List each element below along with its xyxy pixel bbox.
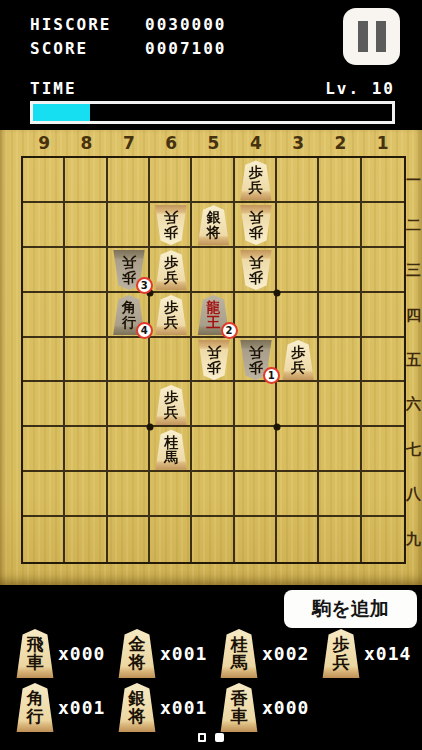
score-row: SCORE 0007100	[30, 36, 290, 60]
pause-icon	[358, 21, 368, 52]
piece-count: x001	[160, 643, 207, 664]
koma-face: 歩兵	[239, 205, 273, 245]
file-label: 6	[150, 133, 192, 154]
page-dot[interactable]	[198, 733, 206, 742]
page-indicator	[0, 733, 422, 742]
koma-face: 歩兵	[154, 385, 188, 425]
tray-piece[interactable]: 角行x001	[15, 683, 117, 732]
file-label: 4	[235, 133, 277, 154]
rank-label: 五	[405, 338, 422, 383]
order-badge: 4	[136, 322, 153, 339]
piece-count: x000	[58, 643, 105, 664]
board-piece[interactable]: 歩兵	[239, 205, 273, 245]
koma-face: 銀将	[117, 683, 157, 732]
rank-label: 八	[405, 472, 422, 517]
board-piece[interactable]: 歩兵	[197, 340, 231, 380]
koma-face: 飛車	[15, 629, 55, 678]
piece-count: x002	[262, 643, 309, 664]
rank-label: 九	[405, 517, 422, 562]
file-label: 5	[192, 133, 234, 154]
score-value: 0007100	[145, 39, 226, 58]
hiscore-label: HISCORE	[30, 15, 145, 34]
koma-face: 桂馬	[154, 430, 188, 470]
time-label: TIME	[30, 79, 77, 98]
board-piece[interactable]: 歩兵	[154, 205, 188, 245]
time-bar-fill	[33, 104, 90, 121]
file-label: 1	[362, 133, 404, 154]
pieces-layer: 歩兵歩兵銀将歩兵歩兵3歩兵歩兵角行4歩兵龍王2歩兵歩兵1歩兵歩兵桂馬	[23, 158, 404, 562]
koma-face: 歩兵	[154, 295, 188, 335]
file-labels: 987654321	[23, 133, 404, 154]
board-piece[interactable]: 歩兵	[154, 250, 188, 290]
tray-piece[interactable]: 金将x001	[117, 629, 219, 678]
board-piece[interactable]: 歩兵3	[112, 250, 146, 290]
board-piece[interactable]: 桂馬	[154, 430, 188, 470]
koma-face: 歩兵	[154, 205, 188, 245]
tray-piece[interactable]: 飛車x000	[15, 629, 117, 678]
board-area: 987654321 歩兵歩兵銀将歩兵歩兵3歩兵歩兵角行4歩兵龍王2歩兵歩兵1歩兵…	[0, 130, 422, 585]
koma-face: 金将	[117, 629, 157, 678]
tray-piece[interactable]: 桂馬x002	[219, 629, 321, 678]
koma-face: 歩兵	[154, 250, 188, 290]
rank-label: 六	[405, 382, 422, 427]
board-piece[interactable]: 角行4	[112, 295, 146, 335]
pause-button[interactable]	[343, 8, 400, 65]
order-badge: 3	[136, 277, 153, 294]
koma-face: 歩兵	[321, 629, 361, 678]
tray-row: 飛車x000金将x001桂馬x002歩兵x014	[15, 629, 422, 678]
tray-piece[interactable]: 銀将x001	[117, 683, 219, 732]
tray-piece[interactable]: 歩兵x014	[321, 629, 422, 678]
koma-face: 歩兵	[281, 340, 315, 380]
score-label: SCORE	[30, 39, 145, 58]
level-label: Lv. 10	[325, 79, 395, 98]
time-row: TIME Lv. 10	[30, 79, 395, 98]
file-label: 2	[319, 133, 361, 154]
board-piece[interactable]: 歩兵	[154, 385, 188, 425]
page-dot[interactable]	[215, 733, 224, 742]
board-piece[interactable]: 龍王2	[197, 295, 231, 335]
rank-label: 七	[405, 427, 422, 472]
piece-count: x014	[364, 643, 411, 664]
koma-face: 歩兵	[239, 250, 273, 290]
board-piece[interactable]: 歩兵	[239, 250, 273, 290]
file-label: 3	[277, 133, 319, 154]
board-piece[interactable]: 歩兵	[281, 340, 315, 380]
order-badge: 2	[221, 322, 238, 339]
rank-label: 二	[405, 203, 422, 248]
koma-face: 桂馬	[219, 629, 259, 678]
piece-count: x001	[160, 697, 207, 718]
score-block: HISCORE 0030000 SCORE 0007100	[30, 12, 290, 60]
app-screen: HISCORE 0030000 SCORE 0007100 TIME Lv. 1…	[0, 0, 422, 750]
rank-label: 一	[405, 158, 422, 203]
board-piece[interactable]: 歩兵	[239, 160, 273, 200]
board-piece[interactable]: 歩兵	[154, 295, 188, 335]
pause-icon	[376, 21, 386, 52]
rank-label: 四	[405, 293, 422, 338]
piece-count: x001	[58, 697, 105, 718]
file-label: 9	[23, 133, 65, 154]
board-piece[interactable]: 歩兵1	[239, 340, 273, 380]
tray-piece[interactable]: 香車x000	[219, 683, 321, 732]
file-label: 8	[65, 133, 107, 154]
koma-face: 角行	[15, 683, 55, 732]
piece-count: x000	[262, 697, 309, 718]
shogi-board[interactable]: 歩兵歩兵銀将歩兵歩兵3歩兵歩兵角行4歩兵龍王2歩兵歩兵1歩兵歩兵桂馬	[21, 156, 406, 564]
piece-tray: 駒を追加 飛車x000金将x001桂馬x002歩兵x014 角行x001銀将x0…	[0, 585, 422, 750]
board-piece[interactable]: 銀将	[197, 205, 231, 245]
koma-face: 歩兵	[239, 160, 273, 200]
rank-labels: 一二三四五六七八九	[405, 158, 422, 562]
tray-row: 角行x001銀将x001香車x000	[15, 683, 321, 732]
hiscore-value: 0030000	[145, 15, 226, 34]
time-bar	[30, 101, 395, 124]
order-badge: 1	[263, 367, 280, 384]
file-label: 7	[108, 133, 150, 154]
hiscore-row: HISCORE 0030000	[30, 12, 290, 36]
koma-face: 歩兵	[197, 340, 231, 380]
koma-face: 銀将	[197, 205, 231, 245]
koma-face: 香車	[219, 683, 259, 732]
rank-label: 三	[405, 248, 422, 293]
add-piece-button[interactable]: 駒を追加	[284, 590, 417, 628]
